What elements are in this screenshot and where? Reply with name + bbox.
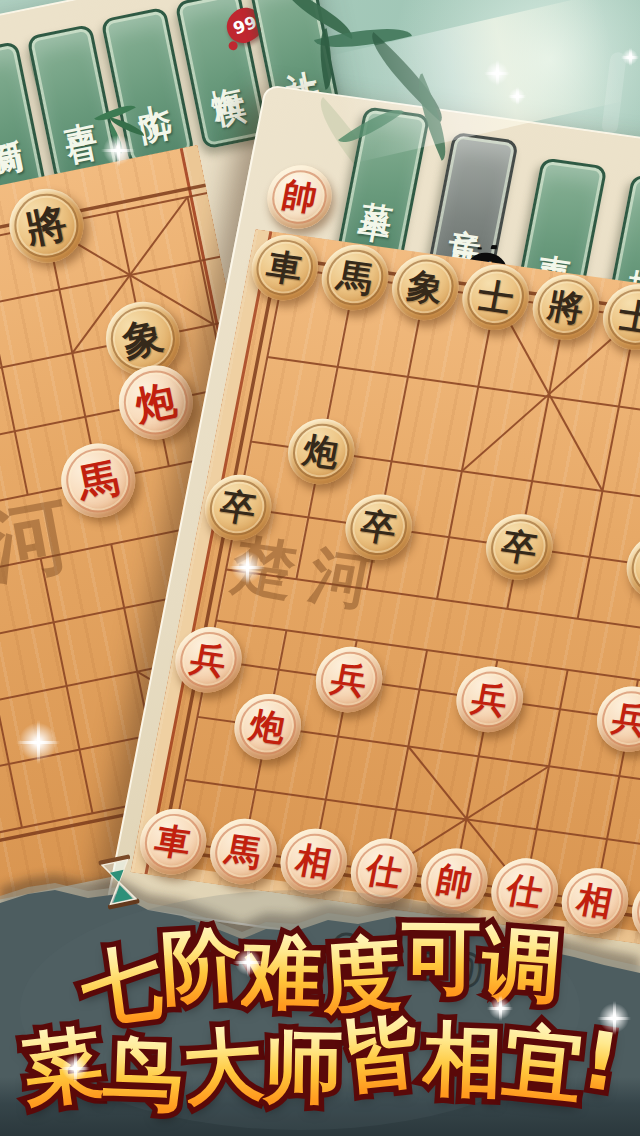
banner-char: 菜	[16, 1010, 109, 1127]
banner-char: 皆	[337, 997, 428, 1113]
tab-label: 菜单	[360, 175, 406, 195]
piece-glyph: 帥	[433, 856, 477, 907]
banner-char: 相	[421, 1006, 505, 1117]
piece-glyph: 炮	[299, 426, 343, 477]
front-board-wood: 楚河 車馬象士將士象馬車炮炮卒卒卒卒卒兵兵兵兵兵炮炮車馬相仕帥仕相馬車	[131, 229, 640, 961]
piece-glyph: 相	[292, 836, 336, 887]
piece-glyph: 炮	[131, 372, 181, 434]
piece-glyph: 兵	[327, 654, 371, 705]
piece-glyph: 仕	[362, 846, 406, 897]
banner-char: 阶	[158, 911, 244, 1024]
piece-glyph: 車	[151, 816, 195, 867]
piece-glyph: 炮	[246, 701, 290, 752]
piece-glyph: 卒	[216, 482, 260, 533]
piece-glyph: 卒	[357, 502, 401, 553]
piece-glyph: 將	[21, 195, 71, 257]
tab-label: 新局	[0, 110, 23, 132]
tab-label: 音乐	[449, 200, 495, 220]
piece-glyph: 士	[614, 292, 640, 343]
piece-glyph: 馬	[333, 252, 377, 303]
piece-glyph: 馬	[222, 826, 266, 877]
piece-glyph: 車	[263, 242, 307, 293]
piece-glyph: 將	[544, 282, 588, 333]
piece-glyph: 士	[474, 272, 518, 323]
piece-glyph: 象	[118, 308, 168, 370]
banner-char: 师	[262, 1014, 344, 1123]
tab-label: 悔棋	[199, 58, 245, 80]
piece-glyph: 兵	[187, 634, 231, 685]
piece-glyph: 象	[404, 262, 448, 313]
tab-label: 声音	[51, 93, 97, 115]
piece-glyph: 兵	[609, 694, 640, 745]
piece-glyph: 卒	[498, 521, 542, 572]
tab-label: 声音	[537, 226, 583, 246]
tab-label: 七阶	[125, 75, 171, 97]
app-screen: 新局声音七阶悔棋99让先	[0, 0, 640, 1136]
banner-line-2-fill: 菜鸟大师皆相宜!	[0, 1004, 640, 1123]
piece-glyph: 兵	[468, 674, 512, 725]
banner-char: 大	[179, 1011, 266, 1124]
banner-char: 宜	[497, 1008, 588, 1124]
piece-glyph: 仕	[503, 866, 547, 917]
tab-label: 提示	[628, 243, 640, 263]
banner-char: 鸟	[101, 1020, 185, 1131]
piece-glyph: 馬	[73, 450, 123, 512]
